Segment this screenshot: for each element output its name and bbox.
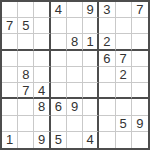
sudoku-cell-empty-r8c1[interactable] <box>2 116 18 132</box>
sudoku-cell-given-r7c5: 9 <box>67 99 83 115</box>
sudoku-cell-empty-r1c2[interactable] <box>18 2 34 18</box>
sudoku-cell-empty-r2c8[interactable] <box>116 18 132 34</box>
sudoku-cell-empty-r3c1[interactable] <box>2 34 18 50</box>
sudoku-cell-empty-r3c2[interactable] <box>18 34 34 50</box>
sudoku-cell-empty-r7c7[interactable] <box>99 99 115 115</box>
sudoku-cell-empty-r5c3[interactable] <box>34 67 50 83</box>
sudoku-cell-empty-r4c5[interactable] <box>67 51 83 67</box>
sudoku-cell-empty-r8c5[interactable] <box>67 116 83 132</box>
sudoku-cell-empty-r8c4[interactable] <box>51 116 67 132</box>
sudoku-cell-given-r6c2: 7 <box>18 83 34 99</box>
sudoku-cell-empty-r3c4[interactable] <box>51 34 67 50</box>
sudoku-cell-empty-r3c9[interactable] <box>132 34 148 50</box>
sudoku-cell-empty-r4c4[interactable] <box>51 51 67 67</box>
sudoku-cell-empty-r9c8[interactable] <box>116 132 132 148</box>
sudoku-cell-empty-r4c3[interactable] <box>34 51 50 67</box>
sudoku-cell-empty-r7c8[interactable] <box>116 99 132 115</box>
sudoku-cell-given-r3c7: 2 <box>99 34 115 50</box>
sudoku-cell-given-r9c3: 9 <box>34 132 50 148</box>
sudoku-cell-given-r4c8: 7 <box>116 51 132 67</box>
sudoku-cell-empty-r9c7[interactable] <box>99 132 115 148</box>
sudoku-cell-given-r8c9: 9 <box>132 116 148 132</box>
sudoku-cell-empty-r9c9[interactable] <box>132 132 148 148</box>
sudoku-cell-empty-r1c1[interactable] <box>2 2 18 18</box>
sudoku-cell-empty-r3c3[interactable] <box>34 34 50 50</box>
sudoku-cell-given-r9c4: 5 <box>51 132 67 148</box>
sudoku-cell-empty-r2c9[interactable] <box>132 18 148 34</box>
sudoku-cell-empty-r6c6[interactable] <box>83 83 99 99</box>
sudoku-cell-given-r1c4: 4 <box>51 2 67 18</box>
sudoku-cell-given-r9c6: 4 <box>83 132 99 148</box>
sudoku-cell-empty-r2c5[interactable] <box>67 18 83 34</box>
sudoku-cell-given-r1c7: 3 <box>99 2 115 18</box>
sudoku-cell-empty-r6c8[interactable] <box>116 83 132 99</box>
sudoku-cell-empty-r8c7[interactable] <box>99 116 115 132</box>
sudoku-cell-given-r3c5: 8 <box>67 34 83 50</box>
sudoku-cell-given-r6c3: 4 <box>34 83 50 99</box>
sudoku-cell-empty-r4c9[interactable] <box>132 51 148 67</box>
sudoku-cell-given-r4c7: 6 <box>99 51 115 67</box>
sudoku-cell-empty-r2c3[interactable] <box>34 18 50 34</box>
sudoku-cell-empty-r4c2[interactable] <box>18 51 34 67</box>
sudoku-cell-empty-r6c7[interactable] <box>99 83 115 99</box>
sudoku-cell-empty-r5c9[interactable] <box>132 67 148 83</box>
sudoku-cell-empty-r2c7[interactable] <box>99 18 115 34</box>
sudoku-cell-given-r3c6: 1 <box>83 34 99 50</box>
sudoku-cell-empty-r9c5[interactable] <box>67 132 83 148</box>
sudoku-cell-empty-r8c6[interactable] <box>83 116 99 132</box>
sudoku-cell-empty-r8c2[interactable] <box>18 116 34 132</box>
sudoku-cell-empty-r4c1[interactable] <box>2 51 18 67</box>
sudoku-cell-empty-r2c4[interactable] <box>51 18 67 34</box>
sudoku-cell-given-r8c8: 5 <box>116 116 132 132</box>
sudoku-cell-empty-r5c1[interactable] <box>2 67 18 83</box>
sudoku-cell-empty-r7c2[interactable] <box>18 99 34 115</box>
sudoku-cell-empty-r3c8[interactable] <box>116 34 132 50</box>
sudoku-cell-given-r9c1: 1 <box>2 132 18 148</box>
sudoku-cell-empty-r7c1[interactable] <box>2 99 18 115</box>
sudoku-cell-empty-r5c7[interactable] <box>99 67 115 83</box>
sudoku-cell-empty-r1c3[interactable] <box>34 2 50 18</box>
sudoku-cell-given-r7c4: 6 <box>51 99 67 115</box>
sudoku-cell-given-r5c2: 8 <box>18 67 34 83</box>
sudoku-cell-empty-r6c5[interactable] <box>67 83 83 99</box>
sudoku-cell-given-r2c1: 7 <box>2 18 18 34</box>
sudoku-cell-empty-r7c6[interactable] <box>83 99 99 115</box>
sudoku-cell-empty-r6c1[interactable] <box>2 83 18 99</box>
sudoku-cell-given-r7c3: 8 <box>34 99 50 115</box>
sudoku-cell-given-r1c6: 9 <box>83 2 99 18</box>
sudoku-cell-empty-r1c8[interactable] <box>116 2 132 18</box>
sudoku-cell-empty-r5c6[interactable] <box>83 67 99 83</box>
sudoku-cell-empty-r1c5[interactable] <box>67 2 83 18</box>
sudoku-cell-empty-r6c9[interactable] <box>132 83 148 99</box>
sudoku-cell-empty-r8c3[interactable] <box>34 116 50 132</box>
sudoku-cell-empty-r2c6[interactable] <box>83 18 99 34</box>
sudoku-cell-given-r1c9: 7 <box>132 2 148 18</box>
sudoku-board: 493775812678274869591954 <box>0 0 150 150</box>
sudoku-cell-empty-r9c2[interactable] <box>18 132 34 148</box>
sudoku-cell-empty-r5c4[interactable] <box>51 67 67 83</box>
sudoku-cell-empty-r5c5[interactable] <box>67 67 83 83</box>
sudoku-cell-empty-r7c9[interactable] <box>132 99 148 115</box>
sudoku-cell-empty-r4c6[interactable] <box>83 51 99 67</box>
sudoku-cell-given-r2c2: 5 <box>18 18 34 34</box>
sudoku-cell-empty-r6c4[interactable] <box>51 83 67 99</box>
sudoku-cell-given-r5c8: 2 <box>116 67 132 83</box>
